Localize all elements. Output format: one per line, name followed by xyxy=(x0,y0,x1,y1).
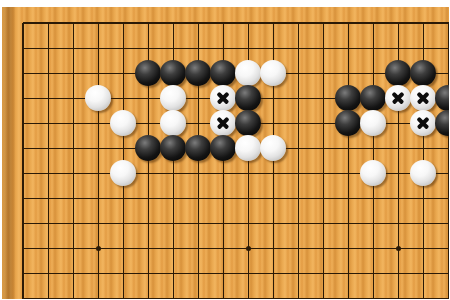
go-diagram-screenshot: { "game": "go", "board": { "full_size": … xyxy=(0,0,450,300)
x-mark-icon xyxy=(410,110,436,136)
stone-white xyxy=(260,135,286,161)
stone-black xyxy=(135,135,161,161)
stone-black xyxy=(360,85,386,111)
stone-black xyxy=(210,60,236,86)
stone-white-marked xyxy=(210,85,236,111)
stone-black xyxy=(135,60,161,86)
stone-white xyxy=(110,160,136,186)
stone-white xyxy=(160,85,186,111)
go-board[interactable] xyxy=(2,7,449,299)
stone-white xyxy=(85,85,111,111)
stone-black xyxy=(235,85,261,111)
stone-white-marked xyxy=(210,110,236,136)
stone-white xyxy=(360,110,386,136)
x-mark-icon xyxy=(210,85,236,111)
stone-black xyxy=(435,110,449,136)
stone-white-marked xyxy=(410,110,436,136)
stone-white xyxy=(160,110,186,136)
stone-black xyxy=(335,110,361,136)
stone-black xyxy=(185,60,211,86)
x-mark-icon xyxy=(210,110,236,136)
stone-black xyxy=(235,110,261,136)
stone-white xyxy=(235,135,261,161)
stone-black xyxy=(435,85,449,111)
stone-black xyxy=(185,135,211,161)
stone-black xyxy=(160,135,186,161)
x-mark-icon xyxy=(385,85,411,111)
stone-white xyxy=(360,160,386,186)
stone-black xyxy=(410,60,436,86)
stone-white xyxy=(260,60,286,86)
stone-black xyxy=(385,60,411,86)
stone-black xyxy=(210,135,236,161)
stone-white-marked xyxy=(410,85,436,111)
stone-black xyxy=(335,85,361,111)
stone-black xyxy=(160,60,186,86)
x-mark-icon xyxy=(410,85,436,111)
star-point xyxy=(246,246,251,251)
star-point xyxy=(396,246,401,251)
stone-white xyxy=(110,110,136,136)
stone-white xyxy=(410,160,436,186)
board-grid[interactable] xyxy=(11,11,450,300)
star-point xyxy=(96,246,101,251)
stone-white-marked xyxy=(385,85,411,111)
stone-white xyxy=(235,60,261,86)
